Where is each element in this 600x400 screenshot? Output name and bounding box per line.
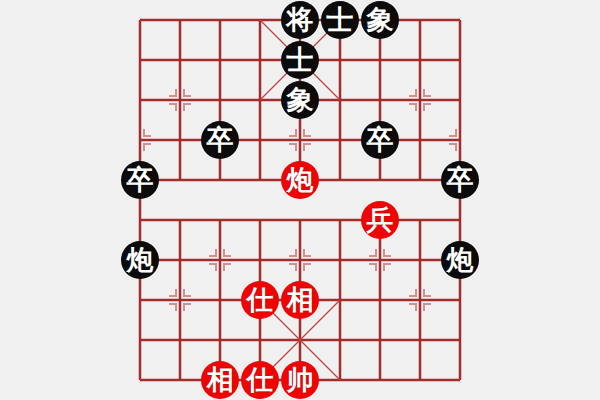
board-point: 兵 [360,200,400,240]
board-point: 炮 [440,240,480,280]
piece-black-elephant[interactable]: 象 [361,1,399,39]
piece-black-soldier[interactable]: 卒 [361,121,399,159]
piece-red-general[interactable]: 帅 [281,361,319,399]
piece-black-soldier[interactable]: 卒 [201,121,239,159]
piece-red-cannon[interactable]: 炮 [281,161,319,199]
board-point: 将 [280,0,320,40]
board-point: 卒 [360,120,400,160]
board-point: 帅 [280,360,320,400]
piece-black-elephant[interactable]: 象 [281,81,319,119]
piece-layer: 将士象士象卒卒卒炮卒兵炮炮仕相相仕帅 [120,0,480,400]
board-point: 仕 [240,360,280,400]
board-point: 士 [280,40,320,80]
piece-black-general[interactable]: 将 [281,1,319,39]
board-point: 炮 [120,240,160,280]
board-point: 卒 [440,160,480,200]
board-point: 卒 [200,120,240,160]
board-point: 相 [200,360,240,400]
piece-black-advisor[interactable]: 士 [281,41,319,79]
board-point: 士 [320,0,360,40]
board-point: 象 [360,0,400,40]
piece-red-advisor[interactable]: 仕 [241,361,279,399]
piece-red-soldier[interactable]: 兵 [361,201,399,239]
piece-black-soldier[interactable]: 卒 [121,161,159,199]
piece-black-cannon[interactable]: 炮 [121,241,159,279]
board-point: 象 [280,80,320,120]
board-point: 相 [280,280,320,320]
piece-black-cannon[interactable]: 炮 [441,241,479,279]
piece-red-advisor[interactable]: 仕 [241,281,279,319]
piece-red-elephant[interactable]: 相 [281,281,319,319]
board-point: 仕 [240,280,280,320]
board-point: 卒 [120,160,160,200]
piece-black-advisor[interactable]: 士 [321,1,359,39]
xiangqi-board[interactable]: 将士象士象卒卒卒炮卒兵炮炮仕相相仕帅 [0,0,600,400]
piece-black-soldier[interactable]: 卒 [441,161,479,199]
board-point: 炮 [280,160,320,200]
piece-red-elephant[interactable]: 相 [201,361,239,399]
